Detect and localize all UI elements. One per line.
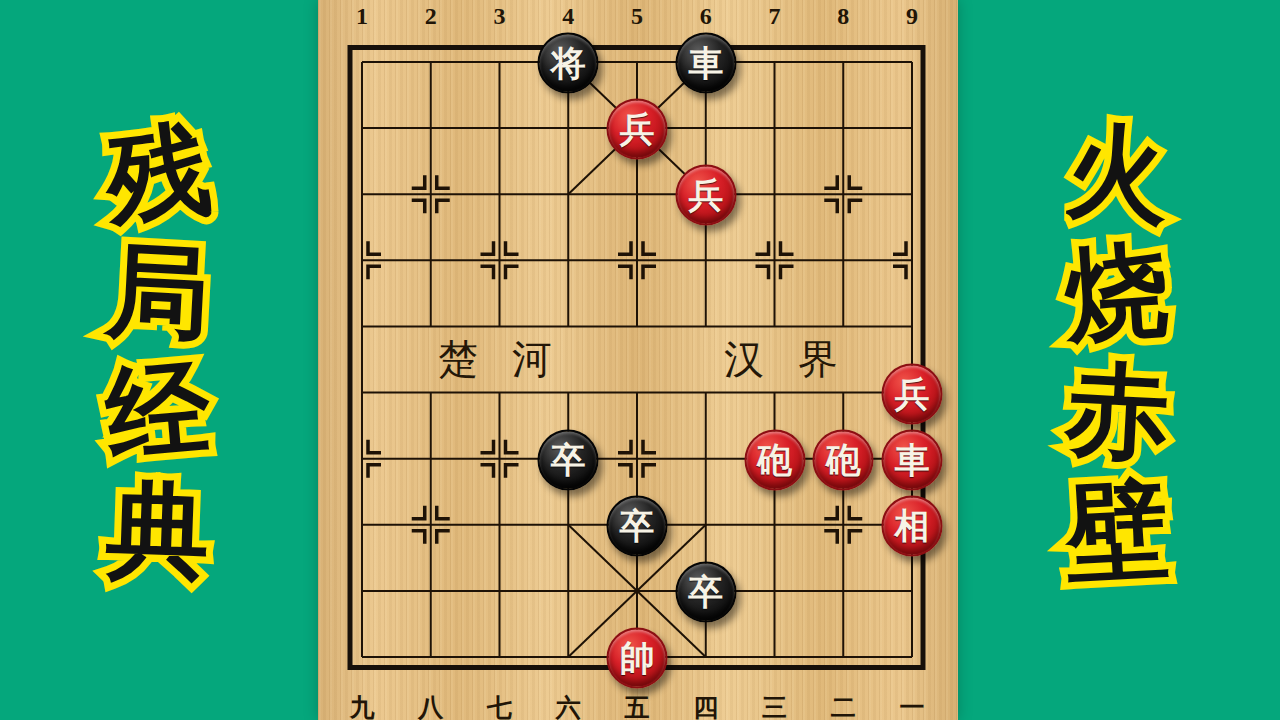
top-coord-8: 8 xyxy=(837,3,849,30)
red-cannon[interactable]: 砲 xyxy=(744,429,805,490)
banner-char-经: 经 xyxy=(78,346,238,478)
bottom-coord-5: 五 xyxy=(625,691,650,720)
piece-glyph: 車 xyxy=(688,46,723,81)
top-coord-1: 1 xyxy=(356,3,368,30)
red-general[interactable]: 帥 xyxy=(607,627,668,688)
bottom-coord-1: 九 xyxy=(350,691,375,720)
screen: 残局经典 火烧赤壁 楚 河 汉 界 123456789九八七六五四三二一 将車兵… xyxy=(0,0,1280,720)
red-elephant[interactable]: 相 xyxy=(882,495,943,556)
red-soldier[interactable]: 兵 xyxy=(675,165,736,226)
top-coord-7: 7 xyxy=(769,3,781,30)
banner-char-壁: 壁 xyxy=(1039,467,1195,594)
bottom-coord-3: 七 xyxy=(487,691,512,720)
banner-char-烧: 烧 xyxy=(1038,228,1196,357)
left-banner-title: 残局经典 xyxy=(83,114,233,590)
bottom-coord-4: 六 xyxy=(556,691,581,720)
banner-char-赤: 赤 xyxy=(1039,348,1195,475)
top-coord-3: 3 xyxy=(494,3,506,30)
bottom-coord-6: 四 xyxy=(693,691,718,720)
river-label-han-jie: 汉 界 xyxy=(724,332,850,387)
piece-glyph: 帥 xyxy=(620,640,655,675)
top-coord-2: 2 xyxy=(425,3,437,30)
piece-glyph: 車 xyxy=(895,442,930,477)
piece-glyph: 将 xyxy=(551,46,586,81)
bottom-coord-7: 三 xyxy=(762,691,787,720)
piece-glyph: 兵 xyxy=(620,112,655,147)
bottom-coord-8: 二 xyxy=(831,691,856,720)
bottom-coord-2: 八 xyxy=(418,691,443,720)
piece-glyph: 相 xyxy=(895,508,930,543)
river-label-chu-he: 楚 河 xyxy=(438,332,564,387)
black-soldier[interactable]: 卒 xyxy=(675,561,736,622)
black-general[interactable]: 将 xyxy=(538,33,599,94)
top-coord-9: 9 xyxy=(906,3,918,30)
piece-glyph: 兵 xyxy=(895,376,930,411)
top-coord-6: 6 xyxy=(700,3,712,30)
banner-char-残: 残 xyxy=(76,105,239,241)
bottom-coord-9: 一 xyxy=(900,691,925,720)
right-banner-title: 火烧赤壁 xyxy=(1042,114,1192,590)
piece-glyph: 卒 xyxy=(688,574,723,609)
banner-char-局: 局 xyxy=(80,229,236,356)
black-soldier[interactable]: 卒 xyxy=(538,429,599,490)
piece-glyph: 砲 xyxy=(826,442,861,477)
red-soldier[interactable]: 兵 xyxy=(607,99,668,160)
piece-glyph: 卒 xyxy=(551,442,586,477)
black-chariot[interactable]: 車 xyxy=(675,33,736,94)
piece-glyph: 砲 xyxy=(757,442,792,477)
red-cannon[interactable]: 砲 xyxy=(813,429,874,490)
black-soldier[interactable]: 卒 xyxy=(607,495,668,556)
banner-char-典: 典 xyxy=(81,468,235,592)
piece-glyph: 卒 xyxy=(620,508,655,543)
red-chariot[interactable]: 車 xyxy=(882,429,943,490)
top-coord-5: 5 xyxy=(631,3,643,30)
banner-char-火: 火 xyxy=(1038,109,1196,238)
red-soldier[interactable]: 兵 xyxy=(882,363,943,424)
top-coord-4: 4 xyxy=(562,3,574,30)
piece-glyph: 兵 xyxy=(688,178,723,213)
